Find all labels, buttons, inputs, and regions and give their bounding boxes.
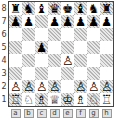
file-label-cell-a: a [9, 108, 22, 119]
rank-label-5: 5 [0, 41, 8, 54]
piece-black-knight: ♞ [88, 2, 99, 15]
piece-black-rook: ♜ [10, 2, 21, 15]
piece-white-knight: ♘ [88, 93, 99, 106]
square-d6[interactable] [48, 28, 61, 41]
piece-white-pawn: ♙ [75, 80, 86, 93]
square-f6[interactable] [74, 28, 87, 41]
chess-board: ♜♞♝♛♚♝♞♜♟♟♟♟♟♟♟♟♙♙♙♙♙♙♙♙♖♘♗♕♔♗♘♖ [8, 1, 114, 107]
file-label-e: e [63, 109, 73, 118]
square-e4[interactable]: ♙ [61, 54, 74, 67]
square-c7[interactable] [35, 15, 48, 28]
square-d7[interactable]: ♟ [48, 15, 61, 28]
square-b2[interactable]: ♙ [22, 80, 35, 93]
rank-labels: 87654321 [0, 2, 8, 106]
square-g6[interactable] [87, 28, 100, 41]
piece-white-rook: ♖ [10, 93, 21, 106]
square-c8[interactable]: ♝ [35, 2, 48, 15]
piece-black-bishop: ♝ [36, 2, 47, 15]
square-f1[interactable]: ♗ [74, 93, 87, 106]
piece-white-bishop: ♗ [36, 93, 47, 106]
square-b6[interactable] [22, 28, 35, 41]
square-g2[interactable]: ♙ [87, 80, 100, 93]
square-f2[interactable]: ♙ [74, 80, 87, 93]
piece-black-pawn: ♟ [101, 15, 112, 28]
square-g3[interactable] [87, 67, 100, 80]
square-g8[interactable]: ♞ [87, 2, 100, 15]
chess-diagram: 87654321 ♜♞♝♛♚♝♞♜♟♟♟♟♟♟♟♟♙♙♙♙♙♙♙♙♖♘♗♕♔♗♘… [0, 0, 120, 120]
piece-white-bishop: ♗ [75, 93, 86, 106]
piece-black-rook: ♜ [101, 2, 112, 15]
piece-black-pawn: ♟ [23, 15, 34, 28]
piece-black-knight: ♞ [23, 2, 34, 15]
square-h7[interactable]: ♟ [100, 15, 113, 28]
rank-label-2: 2 [0, 80, 8, 93]
square-d5[interactable] [48, 41, 61, 54]
square-h2[interactable]: ♙ [100, 80, 113, 93]
file-label-g: g [89, 109, 99, 118]
file-label-cell-b: b [22, 108, 35, 119]
piece-white-queen: ♕ [49, 93, 60, 106]
square-h3[interactable] [100, 67, 113, 80]
piece-black-pawn: ♟ [10, 15, 21, 28]
square-b8[interactable]: ♞ [22, 2, 35, 15]
square-f7[interactable]: ♟ [74, 15, 87, 28]
square-d1[interactable]: ♕ [48, 93, 61, 106]
square-e8[interactable]: ♚ [61, 2, 74, 15]
square-h6[interactable] [100, 28, 113, 41]
file-label-c: c [37, 109, 47, 118]
piece-white-pawn: ♙ [23, 80, 34, 93]
square-e3[interactable] [61, 67, 74, 80]
square-h8[interactable]: ♜ [100, 2, 113, 15]
file-label-cell-e: e [61, 108, 74, 119]
square-a8[interactable]: ♜ [9, 2, 22, 15]
piece-white-pawn: ♙ [10, 80, 21, 93]
square-c4[interactable] [35, 54, 48, 67]
piece-black-pawn: ♟ [62, 15, 73, 28]
rank-label-1: 1 [0, 93, 8, 106]
piece-white-rook: ♖ [101, 93, 112, 106]
piece-white-pawn: ♙ [101, 80, 112, 93]
square-f8[interactable]: ♝ [74, 2, 87, 15]
file-label-cell-g: g [87, 108, 100, 119]
square-a5[interactable] [9, 41, 22, 54]
square-c6[interactable] [35, 28, 48, 41]
square-b1[interactable]: ♘ [22, 93, 35, 106]
square-d8[interactable]: ♛ [48, 2, 61, 15]
file-label-cell-d: d [48, 108, 61, 119]
piece-black-pawn: ♟ [49, 15, 60, 28]
square-h5[interactable] [100, 41, 113, 54]
piece-black-king: ♚ [62, 2, 73, 15]
square-c1[interactable]: ♗ [35, 93, 48, 106]
file-label-a: a [11, 109, 21, 118]
rank-label-6: 6 [0, 28, 8, 41]
square-g7[interactable]: ♟ [87, 15, 100, 28]
square-e7[interactable]: ♟ [61, 15, 74, 28]
piece-black-pawn: ♟ [36, 41, 47, 54]
rank-label-7: 7 [0, 15, 8, 28]
square-g4[interactable] [87, 54, 100, 67]
square-a4[interactable] [9, 54, 22, 67]
piece-black-pawn: ♟ [75, 15, 86, 28]
square-a3[interactable] [9, 67, 22, 80]
square-b5[interactable] [22, 41, 35, 54]
square-d2[interactable]: ♙ [48, 80, 61, 93]
square-b7[interactable]: ♟ [22, 15, 35, 28]
square-c5[interactable]: ♟ [35, 41, 48, 54]
file-label-b: b [24, 109, 34, 118]
piece-white-pawn: ♙ [62, 54, 73, 67]
file-label-cell-f: f [74, 108, 87, 119]
square-a7[interactable]: ♟ [9, 15, 22, 28]
file-labels: abcdefgh [9, 108, 113, 119]
square-c2[interactable]: ♙ [35, 80, 48, 93]
piece-black-bishop: ♝ [75, 2, 86, 15]
rank-label-4: 4 [0, 54, 8, 67]
square-a6[interactable] [9, 28, 22, 41]
piece-black-queen: ♛ [49, 2, 60, 15]
rank-label-3: 3 [0, 67, 8, 80]
square-d3[interactable] [48, 67, 61, 80]
square-b4[interactable] [22, 54, 35, 67]
square-e2[interactable] [61, 80, 74, 93]
square-e6[interactable] [61, 28, 74, 41]
square-a1[interactable]: ♖ [9, 93, 22, 106]
square-h1[interactable]: ♖ [100, 93, 113, 106]
square-e5[interactable] [61, 41, 74, 54]
file-label-cell-h: h [100, 108, 113, 119]
square-c3[interactable] [35, 67, 48, 80]
square-h4[interactable] [100, 54, 113, 67]
piece-white-knight: ♘ [23, 93, 34, 106]
square-b3[interactable] [22, 67, 35, 80]
piece-white-pawn: ♙ [36, 80, 47, 93]
square-g1[interactable]: ♘ [87, 93, 100, 106]
file-label-f: f [76, 109, 86, 118]
square-g5[interactable] [87, 41, 100, 54]
file-label-h: h [102, 109, 112, 118]
square-f3[interactable] [74, 67, 87, 80]
square-f5[interactable] [74, 41, 87, 54]
piece-white-pawn: ♙ [88, 80, 99, 93]
square-e1[interactable]: ♔ [61, 93, 74, 106]
square-d4[interactable] [48, 54, 61, 67]
file-label-d: d [50, 109, 60, 118]
square-f4[interactable] [74, 54, 87, 67]
file-label-cell-c: c [35, 108, 48, 119]
piece-white-king: ♔ [62, 93, 73, 106]
rank-label-8: 8 [0, 2, 8, 15]
square-a2[interactable]: ♙ [9, 80, 22, 93]
piece-white-pawn: ♙ [49, 80, 60, 93]
piece-black-pawn: ♟ [88, 15, 99, 28]
